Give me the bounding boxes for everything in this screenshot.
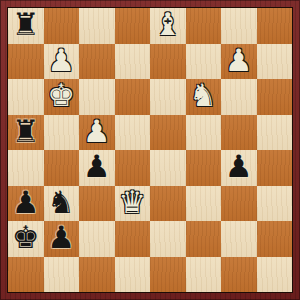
square-e2[interactable] — [150, 221, 186, 257]
square-c2[interactable] — [79, 221, 115, 257]
square-a4[interactable] — [8, 150, 44, 186]
square-c3[interactable] — [79, 186, 115, 222]
square-d4[interactable] — [115, 150, 151, 186]
square-h8[interactable] — [257, 8, 293, 44]
square-e4[interactable] — [150, 150, 186, 186]
square-g7[interactable]: ♟ — [221, 44, 257, 80]
square-e5[interactable] — [150, 115, 186, 151]
square-b3[interactable]: ♞ — [44, 186, 80, 222]
square-e6[interactable] — [150, 79, 186, 115]
black-knight: ♞ — [47, 187, 75, 218]
square-b4[interactable] — [44, 150, 80, 186]
square-h1[interactable] — [257, 257, 293, 293]
black-rook: ♜ — [12, 116, 40, 147]
square-b6[interactable]: ♚ — [44, 79, 80, 115]
square-f3[interactable] — [186, 186, 222, 222]
square-d7[interactable] — [115, 44, 151, 80]
square-a8[interactable]: ♜ — [8, 8, 44, 44]
square-a5[interactable]: ♜ — [8, 115, 44, 151]
square-c4[interactable]: ♟ — [79, 150, 115, 186]
square-d8[interactable] — [115, 8, 151, 44]
square-a2[interactable]: ♚ — [8, 221, 44, 257]
square-f8[interactable] — [186, 8, 222, 44]
square-h2[interactable] — [257, 221, 293, 257]
square-h6[interactable] — [257, 79, 293, 115]
square-h3[interactable] — [257, 186, 293, 222]
square-f4[interactable] — [186, 150, 222, 186]
square-g3[interactable] — [221, 186, 257, 222]
square-f1[interactable] — [186, 257, 222, 293]
white-bishop: ♝ — [154, 9, 182, 40]
white-king: ♚ — [47, 80, 75, 111]
square-b5[interactable] — [44, 115, 80, 151]
square-f2[interactable] — [186, 221, 222, 257]
square-d3[interactable]: ♛ — [115, 186, 151, 222]
square-b2[interactable]: ♟ — [44, 221, 80, 257]
square-h4[interactable] — [257, 150, 293, 186]
black-pawn: ♟ — [83, 151, 111, 182]
square-b8[interactable] — [44, 8, 80, 44]
square-e7[interactable] — [150, 44, 186, 80]
square-c6[interactable] — [79, 79, 115, 115]
white-pawn: ♟ — [83, 116, 111, 147]
square-f6[interactable]: ♞ — [186, 79, 222, 115]
black-king: ♚ — [12, 222, 40, 253]
square-g4[interactable]: ♟ — [221, 150, 257, 186]
white-pawn: ♟ — [47, 45, 75, 76]
board: ♜♝♟♟♚♞♜♟♟♟♟♞♛♚♟ — [7, 7, 293, 293]
square-g1[interactable] — [221, 257, 257, 293]
square-d1[interactable] — [115, 257, 151, 293]
square-a3[interactable]: ♟ — [8, 186, 44, 222]
square-f7[interactable] — [186, 44, 222, 80]
square-d5[interactable] — [115, 115, 151, 151]
square-h7[interactable] — [257, 44, 293, 80]
square-d2[interactable] — [115, 221, 151, 257]
black-pawn: ♟ — [47, 222, 75, 253]
black-rook: ♜ — [12, 9, 40, 40]
black-pawn: ♟ — [225, 151, 253, 182]
square-a1[interactable] — [8, 257, 44, 293]
black-pawn: ♟ — [12, 187, 40, 218]
square-h5[interactable] — [257, 115, 293, 151]
square-b7[interactable]: ♟ — [44, 44, 80, 80]
square-c1[interactable] — [79, 257, 115, 293]
square-g8[interactable] — [221, 8, 257, 44]
square-b1[interactable] — [44, 257, 80, 293]
square-e3[interactable] — [150, 186, 186, 222]
square-d6[interactable] — [115, 79, 151, 115]
square-a7[interactable] — [8, 44, 44, 80]
board-frame: ♜♝♟♟♚♞♜♟♟♟♟♞♛♚♟ — [0, 0, 300, 300]
square-c8[interactable] — [79, 8, 115, 44]
square-c5[interactable]: ♟ — [79, 115, 115, 151]
white-queen: ♛ — [118, 187, 146, 218]
square-g2[interactable] — [221, 221, 257, 257]
square-e8[interactable]: ♝ — [150, 8, 186, 44]
square-g6[interactable] — [221, 79, 257, 115]
square-f5[interactable] — [186, 115, 222, 151]
square-g5[interactable] — [221, 115, 257, 151]
square-e1[interactable] — [150, 257, 186, 293]
white-pawn: ♟ — [225, 45, 253, 76]
square-a6[interactable] — [8, 79, 44, 115]
white-knight: ♞ — [189, 80, 217, 111]
square-c7[interactable] — [79, 44, 115, 80]
